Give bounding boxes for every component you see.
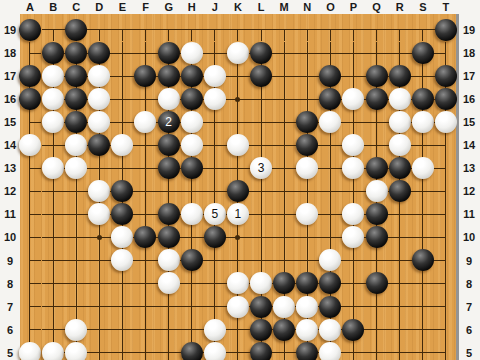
point-C18[interactable]: [65, 42, 88, 65]
point-D12[interactable]: [88, 180, 111, 203]
point-O12[interactable]: [319, 180, 342, 203]
point-Q6[interactable]: [365, 318, 388, 341]
point-O19[interactable]: [319, 18, 342, 41]
point-O17[interactable]: [319, 65, 342, 88]
point-L8[interactable]: [250, 272, 273, 295]
point-S11[interactable]: [411, 203, 434, 226]
point-P11[interactable]: [342, 203, 365, 226]
point-O14[interactable]: [319, 134, 342, 157]
point-R18[interactable]: [388, 42, 411, 65]
point-M15[interactable]: [273, 111, 296, 134]
point-S13[interactable]: [411, 157, 434, 180]
point-T10[interactable]: [434, 226, 457, 249]
point-Q9[interactable]: [365, 249, 388, 272]
point-H15[interactable]: [180, 111, 203, 134]
point-F12[interactable]: [134, 180, 157, 203]
point-B12[interactable]: [42, 180, 65, 203]
point-T7[interactable]: [434, 295, 457, 318]
point-C14[interactable]: [65, 134, 88, 157]
point-J6[interactable]: [203, 318, 226, 341]
point-Q16[interactable]: [365, 88, 388, 111]
point-M9[interactable]: [273, 249, 296, 272]
point-K6[interactable]: [226, 318, 249, 341]
point-D19[interactable]: [88, 18, 111, 41]
point-H18[interactable]: [180, 42, 203, 65]
point-E7[interactable]: [111, 295, 134, 318]
point-M13[interactable]: [273, 157, 296, 180]
point-G6[interactable]: [157, 318, 180, 341]
point-H7[interactable]: [180, 295, 203, 318]
point-L14[interactable]: [250, 134, 273, 157]
point-N10[interactable]: [296, 226, 319, 249]
point-M8[interactable]: [273, 272, 296, 295]
point-R8[interactable]: [388, 272, 411, 295]
point-L5[interactable]: [250, 341, 273, 360]
point-S14[interactable]: [411, 134, 434, 157]
point-E10[interactable]: [111, 226, 134, 249]
point-Q19[interactable]: [365, 18, 388, 41]
point-L6[interactable]: [250, 318, 273, 341]
point-Q12[interactable]: [365, 180, 388, 203]
point-D17[interactable]: [88, 65, 111, 88]
point-B10[interactable]: [42, 226, 65, 249]
point-N6[interactable]: [296, 318, 319, 341]
point-H8[interactable]: [180, 272, 203, 295]
point-M16[interactable]: [273, 88, 296, 111]
point-M14[interactable]: [273, 134, 296, 157]
point-L10[interactable]: [250, 226, 273, 249]
point-G9[interactable]: [157, 249, 180, 272]
point-P8[interactable]: [342, 272, 365, 295]
point-S6[interactable]: [411, 318, 434, 341]
point-S15[interactable]: [411, 111, 434, 134]
row-label-right-11: 11: [463, 208, 475, 220]
point-K10[interactable]: [226, 226, 249, 249]
point-D11[interactable]: [88, 203, 111, 226]
column-label-K: K: [234, 1, 242, 13]
point-M6[interactable]: [273, 318, 296, 341]
point-B15[interactable]: [42, 111, 65, 134]
point-R5[interactable]: [388, 341, 411, 360]
point-R11[interactable]: [388, 203, 411, 226]
point-G8[interactable]: [157, 272, 180, 295]
point-J11[interactable]: 5: [203, 203, 226, 226]
point-J13[interactable]: [203, 157, 226, 180]
point-R9[interactable]: [388, 249, 411, 272]
point-S12[interactable]: [411, 180, 434, 203]
point-K8[interactable]: [226, 272, 249, 295]
point-A15[interactable]: [18, 111, 41, 134]
point-B13[interactable]: [42, 157, 65, 180]
point-S7[interactable]: [411, 295, 434, 318]
point-L12[interactable]: [250, 180, 273, 203]
point-D7[interactable]: [88, 295, 111, 318]
point-B11[interactable]: [42, 203, 65, 226]
point-F7[interactable]: [134, 295, 157, 318]
point-F13[interactable]: [134, 157, 157, 180]
point-T14[interactable]: [434, 134, 457, 157]
point-P14[interactable]: [342, 134, 365, 157]
point-R7[interactable]: [388, 295, 411, 318]
point-N15[interactable]: [296, 111, 319, 134]
point-F18[interactable]: [134, 42, 157, 65]
point-K7[interactable]: [226, 295, 249, 318]
point-A18[interactable]: [18, 42, 41, 65]
point-K14[interactable]: [226, 134, 249, 157]
point-N18[interactable]: [296, 42, 319, 65]
point-F15[interactable]: [134, 111, 157, 134]
point-K16[interactable]: [226, 88, 249, 111]
point-L17[interactable]: [250, 65, 273, 88]
point-R10[interactable]: [388, 226, 411, 249]
point-C11[interactable]: [65, 203, 88, 226]
point-M7[interactable]: [273, 295, 296, 318]
point-R14[interactable]: [388, 134, 411, 157]
point-S17[interactable]: [411, 65, 434, 88]
point-D5[interactable]: [88, 341, 111, 360]
point-T9[interactable]: [434, 249, 457, 272]
point-H12[interactable]: [180, 180, 203, 203]
point-Q5[interactable]: [365, 341, 388, 360]
point-A17[interactable]: [18, 65, 41, 88]
move-number-label: 3: [258, 162, 265, 174]
point-B17[interactable]: [42, 65, 65, 88]
point-F17[interactable]: [134, 65, 157, 88]
point-H19[interactable]: [180, 18, 203, 41]
point-H11[interactable]: [180, 203, 203, 226]
point-B9[interactable]: [42, 249, 65, 272]
point-E13[interactable]: [111, 157, 134, 180]
point-E14[interactable]: [111, 134, 134, 157]
point-G13[interactable]: [157, 157, 180, 180]
point-Q13[interactable]: [365, 157, 388, 180]
row-label-left-18: 18: [4, 47, 16, 59]
white-stone-C5: [65, 342, 87, 360]
point-N7[interactable]: [296, 295, 319, 318]
point-A13[interactable]: [18, 157, 41, 180]
point-M18[interactable]: [273, 42, 296, 65]
point-S9[interactable]: [411, 249, 434, 272]
point-E5[interactable]: [111, 341, 134, 360]
point-F6[interactable]: [134, 318, 157, 341]
point-F11[interactable]: [134, 203, 157, 226]
point-A16[interactable]: [18, 88, 41, 111]
point-D8[interactable]: [88, 272, 111, 295]
point-D13[interactable]: [88, 157, 111, 180]
point-D15[interactable]: [88, 111, 111, 134]
point-G10[interactable]: [157, 226, 180, 249]
point-A5[interactable]: [18, 341, 41, 360]
point-A7[interactable]: [18, 295, 41, 318]
point-J17[interactable]: [203, 65, 226, 88]
black-stone-N8: [296, 272, 318, 294]
point-Q15[interactable]: [365, 111, 388, 134]
point-M10[interactable]: [273, 226, 296, 249]
point-R16[interactable]: [388, 88, 411, 111]
point-E11[interactable]: [111, 203, 134, 226]
point-A10[interactable]: [18, 226, 41, 249]
point-T18[interactable]: [434, 42, 457, 65]
point-G5[interactable]: [157, 341, 180, 360]
point-E18[interactable]: [111, 42, 134, 65]
point-L18[interactable]: [250, 42, 273, 65]
point-E6[interactable]: [111, 318, 134, 341]
point-C19[interactable]: [65, 18, 88, 41]
point-A12[interactable]: [18, 180, 41, 203]
point-F8[interactable]: [134, 272, 157, 295]
point-S5[interactable]: [411, 341, 434, 360]
point-B18[interactable]: [42, 42, 65, 65]
point-T8[interactable]: [434, 272, 457, 295]
point-P10[interactable]: [342, 226, 365, 249]
point-T12[interactable]: [434, 180, 457, 203]
point-M17[interactable]: [273, 65, 296, 88]
point-Q18[interactable]: [365, 42, 388, 65]
point-N16[interactable]: [296, 88, 319, 111]
point-B14[interactable]: [42, 134, 65, 157]
point-D18[interactable]: [88, 42, 111, 65]
point-N19[interactable]: [296, 18, 319, 41]
point-O16[interactable]: [319, 88, 342, 111]
point-J15[interactable]: [203, 111, 226, 134]
point-L15[interactable]: [250, 111, 273, 134]
point-K12[interactable]: [226, 180, 249, 203]
point-C6[interactable]: [65, 318, 88, 341]
point-P5[interactable]: [342, 341, 365, 360]
point-B8[interactable]: [42, 272, 65, 295]
point-K15[interactable]: [226, 111, 249, 134]
point-F16[interactable]: [134, 88, 157, 111]
point-G15[interactable]: 2: [157, 111, 180, 134]
point-R19[interactable]: [388, 18, 411, 41]
point-L13[interactable]: 3: [250, 157, 273, 180]
point-M11[interactable]: [273, 203, 296, 226]
point-L11[interactable]: [250, 203, 273, 226]
white-stone-S15: [412, 111, 434, 133]
point-C8[interactable]: [65, 272, 88, 295]
point-H6[interactable]: [180, 318, 203, 341]
point-S18[interactable]: [411, 42, 434, 65]
point-H10[interactable]: [180, 226, 203, 249]
point-R6[interactable]: [388, 318, 411, 341]
point-B5[interactable]: [42, 341, 65, 360]
point-T5[interactable]: [434, 341, 457, 360]
point-B6[interactable]: [42, 318, 65, 341]
point-G14[interactable]: [157, 134, 180, 157]
point-J18[interactable]: [203, 42, 226, 65]
point-N12[interactable]: [296, 180, 319, 203]
point-R12[interactable]: [388, 180, 411, 203]
row-label-left-7: 7: [7, 301, 13, 313]
point-O6[interactable]: [319, 318, 342, 341]
point-C10[interactable]: [65, 226, 88, 249]
point-N8[interactable]: [296, 272, 319, 295]
point-P12[interactable]: [342, 180, 365, 203]
point-T17[interactable]: [434, 65, 457, 88]
point-J14[interactable]: [203, 134, 226, 157]
point-M12[interactable]: [273, 180, 296, 203]
point-A11[interactable]: [18, 203, 41, 226]
point-N17[interactable]: [296, 65, 319, 88]
point-P9[interactable]: [342, 249, 365, 272]
point-K19[interactable]: [226, 18, 249, 41]
point-G16[interactable]: [157, 88, 180, 111]
point-Q7[interactable]: [365, 295, 388, 318]
row-label-right-13: 13: [463, 162, 475, 174]
point-S16[interactable]: [411, 88, 434, 111]
point-Q8[interactable]: [365, 272, 388, 295]
point-R17[interactable]: [388, 65, 411, 88]
point-D6[interactable]: [88, 318, 111, 341]
point-P15[interactable]: [342, 111, 365, 134]
point-E8[interactable]: [111, 272, 134, 295]
point-S8[interactable]: [411, 272, 434, 295]
point-N13[interactable]: [296, 157, 319, 180]
point-L9[interactable]: [250, 249, 273, 272]
point-J19[interactable]: [203, 18, 226, 41]
point-J10[interactable]: [203, 226, 226, 249]
point-G7[interactable]: [157, 295, 180, 318]
point-O9[interactable]: [319, 249, 342, 272]
point-K5[interactable]: [226, 341, 249, 360]
point-H9[interactable]: [180, 249, 203, 272]
point-L19[interactable]: [250, 18, 273, 41]
point-O7[interactable]: [319, 295, 342, 318]
point-F5[interactable]: [134, 341, 157, 360]
point-D9[interactable]: [88, 249, 111, 272]
point-Q17[interactable]: [365, 65, 388, 88]
point-F14[interactable]: [134, 134, 157, 157]
point-O18[interactable]: [319, 42, 342, 65]
point-E19[interactable]: [111, 18, 134, 41]
white-stone-H11: [181, 203, 203, 225]
point-B19[interactable]: [42, 18, 65, 41]
point-P7[interactable]: [342, 295, 365, 318]
point-P6[interactable]: [342, 318, 365, 341]
point-M19[interactable]: [273, 18, 296, 41]
point-C13[interactable]: [65, 157, 88, 180]
white-stone-E9: [111, 249, 133, 271]
point-K9[interactable]: [226, 249, 249, 272]
point-T13[interactable]: [434, 157, 457, 180]
point-K11[interactable]: 1: [226, 203, 249, 226]
point-L16[interactable]: [250, 88, 273, 111]
point-S10[interactable]: [411, 226, 434, 249]
point-T11[interactable]: [434, 203, 457, 226]
point-O15[interactable]: [319, 111, 342, 134]
point-O13[interactable]: [319, 157, 342, 180]
point-C17[interactable]: [65, 65, 88, 88]
point-G12[interactable]: [157, 180, 180, 203]
point-G19[interactable]: [157, 18, 180, 41]
point-H14[interactable]: [180, 134, 203, 157]
point-A6[interactable]: [18, 318, 41, 341]
point-E15[interactable]: [111, 111, 134, 134]
point-F19[interactable]: [134, 18, 157, 41]
point-P17[interactable]: [342, 65, 365, 88]
point-H13[interactable]: [180, 157, 203, 180]
point-H16[interactable]: [180, 88, 203, 111]
point-Q14[interactable]: [365, 134, 388, 157]
point-H5[interactable]: [180, 341, 203, 360]
point-C9[interactable]: [65, 249, 88, 272]
point-T19[interactable]: [434, 18, 457, 41]
white-stone-H14: [181, 134, 203, 156]
point-A14[interactable]: [18, 134, 41, 157]
point-L7[interactable]: [250, 295, 273, 318]
point-E16[interactable]: [111, 88, 134, 111]
point-K18[interactable]: [226, 42, 249, 65]
point-G11[interactable]: [157, 203, 180, 226]
point-P16[interactable]: [342, 88, 365, 111]
point-K13[interactable]: [226, 157, 249, 180]
point-J7[interactable]: [203, 295, 226, 318]
point-C15[interactable]: [65, 111, 88, 134]
point-C7[interactable]: [65, 295, 88, 318]
point-H17[interactable]: [180, 65, 203, 88]
point-O5[interactable]: [319, 341, 342, 360]
point-D10[interactable]: [88, 226, 111, 249]
point-D16[interactable]: [88, 88, 111, 111]
point-D14[interactable]: [88, 134, 111, 157]
point-J16[interactable]: [203, 88, 226, 111]
point-N11[interactable]: [296, 203, 319, 226]
point-Q10[interactable]: [365, 226, 388, 249]
point-N14[interactable]: [296, 134, 319, 157]
point-A8[interactable]: [18, 272, 41, 295]
point-R15[interactable]: [388, 111, 411, 134]
point-O11[interactable]: [319, 203, 342, 226]
point-P18[interactable]: [342, 42, 365, 65]
point-N9[interactable]: [296, 249, 319, 272]
point-G17[interactable]: [157, 65, 180, 88]
point-F9[interactable]: [134, 249, 157, 272]
point-P13[interactable]: [342, 157, 365, 180]
point-B16[interactable]: [42, 88, 65, 111]
point-E9[interactable]: [111, 249, 134, 272]
point-O8[interactable]: [319, 272, 342, 295]
black-stone-L5: [250, 342, 272, 360]
point-A19[interactable]: [18, 18, 41, 41]
point-M5[interactable]: [273, 341, 296, 360]
point-R13[interactable]: [388, 157, 411, 180]
point-T6[interactable]: [434, 318, 457, 341]
point-T16[interactable]: [434, 88, 457, 111]
point-P19[interactable]: [342, 18, 365, 41]
point-C16[interactable]: [65, 88, 88, 111]
point-J5[interactable]: [203, 341, 226, 360]
point-G18[interactable]: [157, 42, 180, 65]
point-J8[interactable]: [203, 272, 226, 295]
point-O10[interactable]: [319, 226, 342, 249]
point-C12[interactable]: [65, 180, 88, 203]
point-J12[interactable]: [203, 180, 226, 203]
point-B7[interactable]: [42, 295, 65, 318]
row-label-right-17: 17: [463, 70, 475, 82]
point-K17[interactable]: [226, 65, 249, 88]
point-T15[interactable]: [434, 111, 457, 134]
point-Q11[interactable]: [365, 203, 388, 226]
point-E17[interactable]: [111, 65, 134, 88]
point-A9[interactable]: [18, 249, 41, 272]
point-J9[interactable]: [203, 249, 226, 272]
point-F10[interactable]: [134, 226, 157, 249]
point-E12[interactable]: [111, 180, 134, 203]
point-N5[interactable]: [296, 341, 319, 360]
point-S19[interactable]: [411, 18, 434, 41]
black-stone-H17: [181, 65, 203, 87]
point-C5[interactable]: [65, 341, 88, 360]
